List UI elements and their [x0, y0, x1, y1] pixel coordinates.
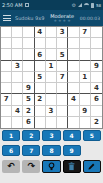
- numpad-button-5[interactable]: 5: [83, 130, 101, 141]
- sudoku-cell-r9c3[interactable]: 6: [23, 117, 34, 128]
- app-title: Sudoku 9x9: [15, 15, 44, 21]
- sudoku-cell-r3c2[interactable]: [12, 49, 23, 60]
- star-icon: ★: [63, 19, 67, 23]
- sudoku-cell-r1c3[interactable]: [23, 27, 34, 38]
- sudoku-cell-r8c3[interactable]: 2: [23, 106, 34, 117]
- sudoku-cell-r7c5[interactable]: [46, 94, 57, 105]
- sudoku-cell-r4c4[interactable]: [35, 61, 46, 72]
- edit-button[interactable]: [83, 160, 101, 173]
- sudoku-cell-r4c1[interactable]: [1, 61, 12, 72]
- sudoku-cell-r7c4[interactable]: 2: [35, 94, 46, 105]
- sudoku-cell-r3c7[interactable]: [68, 49, 79, 60]
- sudoku-cell-r3c5[interactable]: [46, 49, 57, 60]
- sudoku-cell-r1c9[interactable]: [91, 27, 102, 38]
- sudoku-cell-r5c2[interactable]: [12, 72, 23, 83]
- numpad-button-1[interactable]: 1: [2, 130, 20, 141]
- sudoku-cell-r6c7[interactable]: [68, 83, 79, 94]
- sudoku-cell-r8c7[interactable]: [68, 106, 79, 117]
- wifi-icon: [84, 3, 89, 8]
- sudoku-app-screen: 2:50 AM ⚙ 58 Sudoku 9x9 Moderate ★★★★ 00…: [0, 0, 103, 183]
- numpad-button-7[interactable]: 7: [22, 145, 40, 156]
- sudoku-cell-r5c5[interactable]: [46, 72, 57, 83]
- app-header: Sudoku 9x9 Moderate ★★★★ 00:00:03: [0, 10, 103, 26]
- sudoku-cell-r4c5[interactable]: 1: [46, 61, 57, 72]
- sudoku-cell-r9c6[interactable]: [57, 117, 68, 128]
- sudoku-cell-r1c7[interactable]: [68, 27, 79, 38]
- sudoku-cell-r4c2[interactable]: 3: [12, 61, 23, 72]
- sudoku-cell-r2c3[interactable]: [23, 38, 34, 49]
- sudoku-cell-r7c7[interactable]: 4: [68, 94, 79, 105]
- numpad-button-6[interactable]: 6: [2, 145, 20, 156]
- sudoku-cell-r7c1[interactable]: 7: [1, 94, 12, 105]
- sudoku-cell-r6c1[interactable]: [1, 83, 12, 94]
- sudoku-cell-r7c6[interactable]: [57, 94, 68, 105]
- pencil-icon: [87, 162, 96, 171]
- lightbulb-icon: [47, 162, 56, 171]
- sudoku-cell-r9c5[interactable]: [46, 117, 57, 128]
- sudoku-cell-r1c5[interactable]: [46, 27, 57, 38]
- menu-icon[interactable]: [3, 15, 11, 21]
- numpad-row-1: 12345: [2, 130, 101, 141]
- star-icon: ★: [58, 19, 62, 23]
- sudoku-cell-r1c4[interactable]: 4: [35, 27, 46, 38]
- numpad-button-2[interactable]: 2: [22, 130, 40, 141]
- sudoku-cell-r2c8[interactable]: [80, 38, 91, 49]
- redo-button[interactable]: ↷: [22, 160, 40, 173]
- sudoku-cell-r3c1[interactable]: [1, 49, 12, 60]
- sudoku-cell-r4c7[interactable]: [68, 61, 79, 72]
- sudoku-cell-r3c9[interactable]: [91, 49, 102, 60]
- sudoku-cell-r8c9[interactable]: [91, 106, 102, 117]
- sudoku-cell-r7c2[interactable]: [12, 94, 23, 105]
- sudoku-cell-r6c6[interactable]: [57, 83, 68, 94]
- sudoku-cell-r3c8[interactable]: [80, 49, 91, 60]
- sudoku-cell-r2c5[interactable]: [46, 38, 57, 49]
- sudoku-cell-r2c1[interactable]: [1, 38, 12, 49]
- sudoku-cell-r5c4[interactable]: 5: [35, 72, 46, 83]
- sudoku-cell-r7c3[interactable]: 5: [23, 94, 34, 105]
- battery-percent: 58: [96, 3, 101, 8]
- numpad-button-4[interactable]: 4: [63, 130, 81, 141]
- sudoku-cell-r6c2[interactable]: [12, 83, 23, 94]
- sudoku-cell-r2c7[interactable]: [68, 38, 79, 49]
- sudoku-grid: 437653195719475246423962: [0, 26, 103, 129]
- sudoku-cell-r3c3[interactable]: [23, 49, 34, 60]
- sudoku-cell-r8c1[interactable]: [1, 106, 12, 117]
- sudoku-cell-r5c7[interactable]: [68, 72, 79, 83]
- sudoku-cell-r8c5[interactable]: 3: [46, 106, 57, 117]
- sudoku-cell-r1c8[interactable]: 7: [80, 27, 91, 38]
- sudoku-cell-r5c9[interactable]: [91, 72, 102, 83]
- star-icon: ★: [67, 19, 71, 23]
- sudoku-cell-r1c2[interactable]: [12, 27, 23, 38]
- sudoku-cell-r8c2[interactable]: 4: [12, 106, 23, 117]
- sudoku-cell-r2c9[interactable]: [91, 38, 102, 49]
- sudoku-cell-r3c6[interactable]: 5: [57, 49, 68, 60]
- redo-icon: ↷: [28, 160, 36, 173]
- sudoku-cell-r8c4[interactable]: [35, 106, 46, 117]
- numpad-button-9[interactable]: 9: [63, 145, 81, 156]
- sudoku-cell-r9c1[interactable]: [1, 117, 12, 128]
- sudoku-cell-r4c8[interactable]: [80, 61, 91, 72]
- sudoku-cell-r2c6[interactable]: [57, 38, 68, 49]
- sudoku-cell-r9c8[interactable]: [80, 117, 91, 128]
- sudoku-cell-r8c6[interactable]: [57, 106, 68, 117]
- game-timer: 00:00:03: [80, 16, 100, 21]
- sudoku-cell-r4c3[interactable]: [23, 61, 34, 72]
- clock-time: 2:50 AM: [2, 0, 23, 10]
- sudoku-cell-r4c9[interactable]: 9: [91, 61, 102, 72]
- numpad-button-3[interactable]: 3: [42, 130, 60, 141]
- sudoku-cell-r7c9[interactable]: 6: [91, 94, 102, 105]
- sudoku-cell-r5c3[interactable]: [23, 72, 34, 83]
- sudoku-cell-r8c8[interactable]: 9: [80, 106, 91, 117]
- sudoku-cell-r6c8[interactable]: [80, 83, 91, 94]
- star-icon: ★: [53, 19, 57, 23]
- sudoku-cell-r5c6[interactable]: 7: [57, 72, 68, 83]
- signal-icon: [78, 3, 82, 7]
- sudoku-cell-r3c4[interactable]: 6: [35, 49, 46, 60]
- sudoku-cell-r2c4[interactable]: [35, 38, 46, 49]
- sudoku-cell-r7c8[interactable]: [80, 94, 91, 105]
- gear-icon: ⚙: [71, 0, 75, 10]
- delete-button[interactable]: [63, 160, 81, 173]
- sudoku-cell-r6c5[interactable]: [46, 83, 57, 94]
- sudoku-cell-r6c3[interactable]: 9: [23, 83, 34, 94]
- undo-icon: ↶: [7, 160, 15, 173]
- trash-icon: [67, 162, 76, 171]
- sudoku-cell-r5c1[interactable]: [1, 72, 12, 83]
- numpad-button-8[interactable]: 8: [42, 145, 60, 156]
- sudoku-cell-r4c6[interactable]: [57, 61, 68, 72]
- numpad-row-2: 6789: [2, 145, 101, 156]
- sudoku-cell-r5c8[interactable]: 1: [80, 72, 91, 83]
- hint-button[interactable]: [42, 160, 60, 173]
- sudoku-cell-r9c9[interactable]: 2: [91, 117, 102, 128]
- sudoku-cell-r6c4[interactable]: [35, 83, 46, 94]
- sudoku-cell-r6c9[interactable]: 4: [91, 83, 102, 94]
- notification-icon: [25, 3, 29, 7]
- battery-icon: [91, 3, 94, 8]
- undo-button[interactable]: ↶: [2, 160, 20, 173]
- sudoku-cell-r1c6[interactable]: 3: [57, 27, 68, 38]
- sudoku-cell-r9c7[interactable]: [68, 117, 79, 128]
- status-bar: 2:50 AM ⚙ 58: [0, 0, 103, 10]
- sudoku-cell-r1c1[interactable]: [1, 27, 12, 38]
- sudoku-cell-r9c2[interactable]: [12, 117, 23, 128]
- sudoku-cell-r9c4[interactable]: [35, 117, 46, 128]
- toolbar: ↶ ↷: [2, 160, 101, 173]
- sudoku-cell-r2c2[interactable]: [12, 38, 23, 49]
- difficulty-stars: ★★★★: [53, 19, 70, 23]
